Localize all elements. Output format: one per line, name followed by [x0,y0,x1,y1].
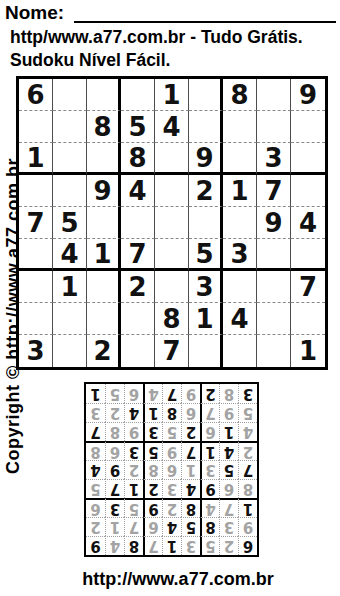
cell-r8c1[interactable] [19,303,53,335]
cell-r3c2[interactable] [53,143,87,175]
solution-cell-r7c4: 2 [181,422,200,441]
cell-r6c2[interactable]: 4 [53,239,87,271]
cell-r4c1[interactable] [19,175,53,207]
solution-cell-r6c1: 2 [238,441,257,460]
solution-cell-r5c7: 2 [124,460,143,479]
cell-r8c8[interactable] [257,303,291,335]
cell-r1c9[interactable]: 9 [291,79,325,111]
cell-r3c1[interactable]: 1 [19,143,53,175]
solution-cell-r3c4: 8 [181,498,200,517]
solution-cell-r4c3: 9 [200,479,219,498]
solution-cell-r6c9: 8 [86,441,105,460]
solution-cell-r4c9: 5 [86,479,105,498]
cell-r2c8[interactable] [257,111,291,143]
name-label: Nome: [5,2,64,24]
solution-cell-r1c2: 2 [219,536,238,555]
cell-r8c2[interactable] [53,303,87,335]
solution-cell-r2c6: 6 [143,517,162,536]
solution-cell-r9c9: 1 [86,384,105,403]
solution-cell-r9c5: 7 [162,384,181,403]
solution-cell-r9c7: 6 [124,384,143,403]
solution-cell-r2c2: 3 [219,517,238,536]
solution-cell-r2c3: 8 [200,517,219,536]
cell-r6c4[interactable]: 7 [121,239,155,271]
cell-r9c6[interactable] [189,335,223,367]
solution-cell-r4c5: 3 [162,479,181,498]
cell-r5c7[interactable] [223,207,257,239]
solution-cell-r4c6: 2 [143,479,162,498]
cell-r9c9[interactable]: 1 [291,335,325,367]
solution-cell-r3c3: 4 [200,498,219,517]
solution-cell-r1c4: 3 [181,536,200,555]
cell-r1c5[interactable]: 1 [155,79,189,111]
cell-r3c3[interactable] [87,143,121,175]
solution-cell-r3c7: 5 [124,498,143,517]
cell-r4c4[interactable]: 4 [121,175,155,207]
cell-r5c6[interactable] [189,207,223,239]
cell-r5c2[interactable]: 5 [53,207,87,239]
solution-cell-r1c1: 6 [238,536,257,555]
cell-r3c6[interactable]: 9 [189,143,223,175]
solution-cell-r5c3: 3 [200,460,219,479]
solution-cell-r3c6: 9 [143,498,162,517]
solution-cell-r1c8: 4 [105,536,124,555]
cell-r9c4[interactable] [121,335,155,367]
cell-r8c5[interactable]: 8 [155,303,189,335]
cell-r6c7[interactable]: 3 [223,239,257,271]
solution-cell-r5c9: 4 [86,460,105,479]
cell-r1c4[interactable] [121,79,155,111]
solution-cell-r7c1: 4 [238,422,257,441]
solution-cell-r6c4: 7 [181,441,200,460]
cell-r7c2[interactable]: 1 [53,271,87,303]
solution-cell-r7c9: 7 [86,422,105,441]
solution-cell-r8c8: 2 [105,403,124,422]
cell-r7c4[interactable]: 2 [121,271,155,303]
cell-r7c5[interactable] [155,271,189,303]
cell-r6c3[interactable]: 1 [87,239,121,271]
cell-r7c9[interactable]: 7 [291,271,325,303]
solution-cell-r7c3: 6 [200,422,219,441]
solution-cell-r3c5: 2 [162,498,181,517]
solution-cell-r5c4: 1 [181,460,200,479]
cell-r8c3[interactable] [87,303,121,335]
solution-cell-r8c6: 1 [143,403,162,422]
cell-r9c1[interactable]: 3 [19,335,53,367]
cell-r1c7[interactable]: 8 [223,79,257,111]
cell-r2c6[interactable] [189,111,223,143]
page: Nome: http/www.a77.com.br - Tudo Grátis.… [0,0,340,596]
cell-r6c8[interactable] [257,239,291,271]
cell-r9c5[interactable]: 7 [155,335,189,367]
cell-r8c6[interactable]: 1 [189,303,223,335]
solution-cell-r1c6: 7 [143,536,162,555]
cell-r9c8[interactable] [257,335,291,367]
solution-cell-r6c7: 3 [124,441,143,460]
solution-cell-r4c2: 6 [219,479,238,498]
solution-cell-r2c1: 9 [238,517,257,536]
footer-url: http://www.a77.com.br [0,569,340,590]
solution-cell-r6c5: 9 [162,441,181,460]
cell-r5c9[interactable]: 4 [291,207,325,239]
cell-r9c7[interactable] [223,335,257,367]
puzzle-level-title: Sudoku Nível Fácil. [10,50,170,71]
solution-cell-r3c1: 1 [238,498,257,517]
puzzle-grid: 618985418939421775944175312378143271 [16,76,328,370]
solution-cell-r1c5: 1 [162,536,181,555]
name-underline [74,21,336,23]
solution-cell-r9c1: 3 [238,384,257,403]
cell-r4c3[interactable]: 9 [87,175,121,207]
solution-cell-r1c7: 8 [124,536,143,555]
cell-r5c4[interactable] [121,207,155,239]
cell-r8c7[interactable]: 4 [223,303,257,335]
solution-cell-r7c5: 5 [162,422,181,441]
solution-cell-r7c8: 8 [105,422,124,441]
solution-grid: 6253178499385467121748295368694321757531… [84,382,259,557]
solution-cell-r2c7: 7 [124,517,143,536]
solution-cell-r5c8: 9 [105,460,124,479]
solution-cell-r5c1: 7 [238,460,257,479]
cell-r4c8[interactable]: 7 [257,175,291,207]
solution-cell-r7c6: 3 [143,422,162,441]
solution-cell-r8c1: 5 [238,403,257,422]
cell-r4c6[interactable]: 2 [189,175,223,207]
cell-r9c2[interactable] [53,335,87,367]
solution-cell-r8c9: 3 [86,403,105,422]
solution-cell-r5c6: 8 [143,460,162,479]
solution-cell-r3c9: 6 [86,498,105,517]
cell-r4c2[interactable] [53,175,87,207]
cell-r6c1[interactable] [19,239,53,271]
solution-cell-r9c2: 8 [219,384,238,403]
solution-cell-r6c8: 6 [105,441,124,460]
cell-r6c5[interactable] [155,239,189,271]
cell-r7c6[interactable]: 3 [189,271,223,303]
cell-r1c8[interactable] [257,79,291,111]
cell-r2c4[interactable]: 5 [121,111,155,143]
cell-r7c8[interactable] [257,271,291,303]
solution-cell-r6c6: 5 [143,441,162,460]
cell-r4c5[interactable] [155,175,189,207]
solution-cell-r8c7: 4 [124,403,143,422]
cell-r5c1[interactable]: 7 [19,207,53,239]
cell-r7c1[interactable] [19,271,53,303]
cell-r2c5[interactable]: 4 [155,111,189,143]
cell-r4c9[interactable] [291,175,325,207]
solution-cell-r2c5: 4 [162,517,181,536]
solution-cell-r4c8: 7 [105,479,124,498]
cell-r2c1[interactable] [19,111,53,143]
cell-r1c6[interactable] [189,79,223,111]
solution-cell-r9c3: 2 [200,384,219,403]
cell-r4c7[interactable]: 1 [223,175,257,207]
cell-r3c7[interactable] [223,143,257,175]
solution-cell-r2c8: 1 [105,517,124,536]
cell-r5c5[interactable] [155,207,189,239]
solution-cell-r9c8: 5 [105,384,124,403]
solution-cell-r6c3: 1 [200,441,219,460]
solution-cell-r8c4: 6 [181,403,200,422]
cell-r2c2[interactable] [53,111,87,143]
solution-cell-r8c5: 8 [162,403,181,422]
solution-cell-r6c2: 4 [219,441,238,460]
solution-cell-r9c4: 9 [181,384,200,403]
cell-r6c9[interactable] [291,239,325,271]
solution-cell-r3c8: 3 [105,498,124,517]
cell-r1c1[interactable]: 6 [19,79,53,111]
solution-cell-r3c2: 7 [219,498,238,517]
solution-cell-r8c3: 7 [200,403,219,422]
solution-cell-r5c5: 6 [162,460,181,479]
cell-r2c9[interactable] [291,111,325,143]
cell-r3c5[interactable] [155,143,189,175]
cell-r8c4[interactable] [121,303,155,335]
cell-r5c3[interactable] [87,207,121,239]
solution-cell-r5c2: 5 [219,460,238,479]
cell-r7c3[interactable] [87,271,121,303]
solution-cell-r1c9: 9 [86,536,105,555]
solution-cell-r4c4: 4 [181,479,200,498]
solution-cell-r1c3: 5 [200,536,219,555]
cell-r5c8[interactable]: 9 [257,207,291,239]
cell-r7c7[interactable] [223,271,257,303]
solution-cell-r4c7: 1 [124,479,143,498]
cell-r6c6[interactable]: 5 [189,239,223,271]
solution-cell-r2c9: 2 [86,517,105,536]
cell-r2c3[interactable]: 8 [87,111,121,143]
cell-r1c3[interactable] [87,79,121,111]
site-title: http/www.a77.com.br - Tudo Grátis. [10,27,303,48]
solution-cell-r2c4: 5 [181,517,200,536]
solution-cell-r7c7: 9 [124,422,143,441]
solution-cell-r9c6: 4 [143,384,162,403]
cell-r3c4[interactable]: 8 [121,143,155,175]
solution-cell-r4c1: 8 [238,479,257,498]
cell-r3c9[interactable] [291,143,325,175]
cell-r2c7[interactable] [223,111,257,143]
solution-cell-r7c2: 1 [219,422,238,441]
cell-r3c8[interactable]: 3 [257,143,291,175]
cell-r9c3[interactable]: 2 [87,335,121,367]
cell-r8c9[interactable] [291,303,325,335]
cell-r1c2[interactable] [53,79,87,111]
solution-cell-r8c2: 9 [219,403,238,422]
